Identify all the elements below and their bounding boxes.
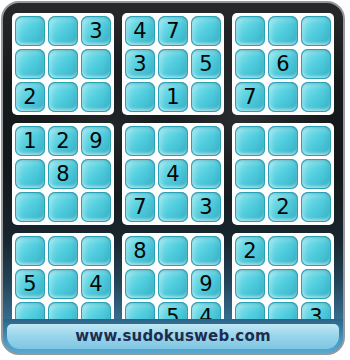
cell-r2c3[interactable] [81,49,111,79]
cell-r1c4[interactable]: 4 [125,16,155,46]
cell-r5c4[interactable] [125,159,155,189]
sudoku-grid: 3247351671298473254895423 [12,13,334,335]
cell-r6c6[interactable]: 3 [191,192,221,222]
cell-r7c5[interactable] [158,236,188,266]
cell-r6c4[interactable]: 7 [125,192,155,222]
cell-r2c2[interactable] [48,49,78,79]
cell-r7c6[interactable] [191,236,221,266]
footer-band: www.sudokusweb.com [7,324,339,349]
cell-r3c6[interactable] [191,82,221,112]
box-2-3: 2 [232,123,334,225]
cell-r2c7[interactable] [235,49,265,79]
cell-r6c9[interactable] [301,192,331,222]
box-1-2: 47351 [122,13,224,115]
box-1-1: 32 [12,13,114,115]
cell-r3c5[interactable]: 1 [158,82,188,112]
cell-r2c9[interactable] [301,49,331,79]
cell-r5c2[interactable]: 8 [48,159,78,189]
cell-r7c9[interactable] [301,236,331,266]
box-1-3: 67 [232,13,334,115]
cell-r5c5[interactable]: 4 [158,159,188,189]
cell-r6c1[interactable] [15,192,45,222]
cell-r5c7[interactable] [235,159,265,189]
cell-r5c6[interactable] [191,159,221,189]
cell-r4c4[interactable] [125,126,155,156]
cell-r3c9[interactable] [301,82,331,112]
cell-r5c1[interactable] [15,159,45,189]
cell-r1c3[interactable]: 3 [81,16,111,46]
cell-r4c9[interactable] [301,126,331,156]
cell-r1c6[interactable] [191,16,221,46]
cell-r7c8[interactable] [268,236,298,266]
cell-r4c5[interactable] [158,126,188,156]
cell-r8c8[interactable] [268,269,298,299]
cell-r6c8[interactable]: 2 [268,192,298,222]
cell-r4c6[interactable] [191,126,221,156]
cell-r2c6[interactable]: 5 [191,49,221,79]
cell-r4c7[interactable] [235,126,265,156]
cell-r7c7[interactable]: 2 [235,236,265,266]
box-2-1: 1298 [12,123,114,225]
cell-r4c2[interactable]: 2 [48,126,78,156]
cell-r8c7[interactable] [235,269,265,299]
cell-r4c1[interactable]: 1 [15,126,45,156]
cell-r1c5[interactable]: 7 [158,16,188,46]
cell-r3c3[interactable] [81,82,111,112]
cell-r2c5[interactable] [158,49,188,79]
cell-r2c8[interactable]: 6 [268,49,298,79]
site-url[interactable]: www.sudokusweb.com [75,324,270,349]
cell-r6c3[interactable] [81,192,111,222]
cell-r8c1[interactable]: 5 [15,269,45,299]
cell-r3c2[interactable] [48,82,78,112]
cell-r8c6[interactable]: 9 [191,269,221,299]
cell-r8c2[interactable] [48,269,78,299]
cell-r8c3[interactable]: 4 [81,269,111,299]
cell-r7c1[interactable] [15,236,45,266]
cell-r6c7[interactable] [235,192,265,222]
cell-r7c4[interactable]: 8 [125,236,155,266]
cell-r6c2[interactable] [48,192,78,222]
cell-r8c9[interactable] [301,269,331,299]
cell-r4c8[interactable] [268,126,298,156]
cell-r2c4[interactable]: 3 [125,49,155,79]
cell-r7c2[interactable] [48,236,78,266]
cell-r1c9[interactable] [301,16,331,46]
cell-r8c5[interactable] [158,269,188,299]
cell-r5c8[interactable] [268,159,298,189]
cell-r3c8[interactable] [268,82,298,112]
cell-r8c4[interactable] [125,269,155,299]
sudoku-board: 3247351671298473254895423 www.sudokusweb… [1,1,345,355]
cell-r1c1[interactable] [15,16,45,46]
cell-r5c9[interactable] [301,159,331,189]
cell-r1c7[interactable] [235,16,265,46]
cell-r7c3[interactable] [81,236,111,266]
cell-r4c3[interactable]: 9 [81,126,111,156]
cell-r3c4[interactable] [125,82,155,112]
cell-r1c2[interactable] [48,16,78,46]
box-2-2: 473 [122,123,224,225]
cell-r3c7[interactable]: 7 [235,82,265,112]
cell-r1c8[interactable] [268,16,298,46]
cell-r2c1[interactable] [15,49,45,79]
cell-r5c3[interactable] [81,159,111,189]
cell-r6c5[interactable] [158,192,188,222]
cell-r3c1[interactable]: 2 [15,82,45,112]
